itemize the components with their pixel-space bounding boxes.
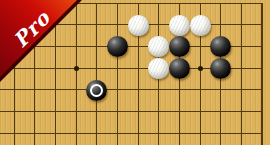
board-line-horizontal bbox=[0, 111, 263, 112]
black-stone-P17 bbox=[169, 36, 190, 57]
board-line-vertical bbox=[96, 3, 97, 145]
star-point bbox=[74, 66, 79, 71]
white-stone-O16 bbox=[148, 58, 169, 79]
black-stone-P16 bbox=[169, 58, 190, 79]
white-stone-N18 bbox=[128, 15, 149, 36]
white-stone-P18 bbox=[169, 15, 190, 36]
board-line-vertical bbox=[241, 3, 242, 145]
pro-ribbon: Pro bbox=[0, 0, 82, 82]
board-line-horizontal bbox=[0, 133, 263, 134]
go-board[interactable]: Pro bbox=[0, 0, 270, 145]
white-stone-O17 bbox=[148, 36, 169, 57]
board-line-vertical bbox=[117, 3, 118, 145]
last-move-marker bbox=[90, 84, 103, 97]
black-stone-R17 bbox=[210, 36, 231, 57]
star-point bbox=[198, 66, 203, 71]
board-line-vertical bbox=[76, 3, 77, 145]
board-line-horizontal bbox=[0, 89, 263, 90]
white-stone-Q18 bbox=[190, 15, 211, 36]
board-line-vertical bbox=[261, 3, 263, 145]
black-stone-M17 bbox=[107, 36, 128, 57]
black-stone-L15 bbox=[86, 80, 107, 101]
black-stone-R16 bbox=[210, 58, 231, 79]
